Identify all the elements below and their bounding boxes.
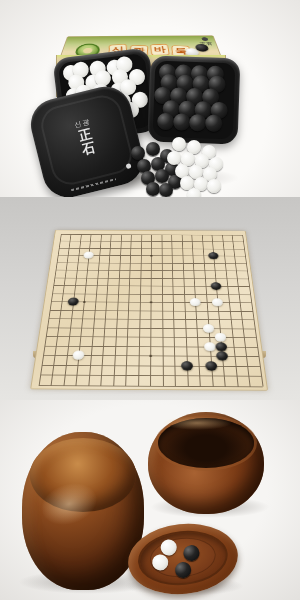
black-go-stone	[159, 183, 173, 197]
photo-go-bowls	[0, 400, 300, 600]
white-go-stone	[83, 252, 94, 259]
black-stone	[173, 113, 191, 131]
black-go-stone	[146, 182, 160, 196]
white-go-stone	[207, 179, 221, 193]
black-go-stone	[208, 252, 219, 259]
black-stones-pile	[153, 61, 236, 140]
white-go-stone	[167, 151, 181, 165]
black-go-stone	[67, 298, 79, 306]
star-point	[150, 254, 153, 256]
lid-hole	[126, 163, 132, 169]
white-go-stone	[203, 342, 215, 351]
black-go-stone	[215, 342, 227, 351]
logo-face-icon	[82, 48, 92, 54]
go-board-wrap	[30, 230, 268, 391]
black-go-stone	[210, 282, 221, 290]
white-go-stone	[212, 298, 223, 306]
product-photo-collage: 신 광 바 둑 正石 신 광 바 둑 Jung Stone 正石	[0, 0, 300, 600]
seal-mark: 正石	[198, 37, 213, 45]
closed-go-bowl	[22, 432, 144, 590]
tray-of-black-stones	[148, 55, 241, 144]
photo-go-board	[0, 197, 300, 400]
black-go-stone	[216, 351, 228, 360]
black-stone	[157, 113, 175, 131]
black-go-stone	[131, 146, 145, 160]
white-go-stone	[72, 350, 84, 359]
white-go-stone	[187, 188, 201, 197]
white-go-stone	[190, 298, 201, 306]
white-go-stone	[214, 333, 226, 342]
seal-icon	[201, 37, 208, 41]
black-go-stone	[155, 169, 169, 183]
star-point	[149, 354, 152, 356]
bowl-rim-highlight	[162, 416, 232, 430]
black-stone	[189, 114, 207, 132]
brand-letter: 바	[150, 44, 170, 56]
photo-stone-box-set: 신 광 바 둑 正石 신 광 바 둑 Jung Stone 正石	[0, 0, 300, 197]
black-go-stone	[146, 142, 160, 156]
white-go-stone	[202, 324, 214, 333]
black-go-stone	[205, 361, 217, 371]
black-go-stone	[181, 361, 193, 371]
black-stone	[205, 114, 223, 132]
star-point	[82, 301, 85, 303]
white-go-stone	[172, 137, 186, 151]
go-board	[30, 230, 268, 391]
star-point	[149, 301, 152, 303]
open-go-bowl	[148, 412, 264, 514]
grid-line	[38, 385, 262, 387]
